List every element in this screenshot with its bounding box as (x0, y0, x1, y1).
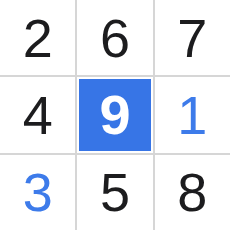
digit-given: 6 (100, 11, 130, 65)
cell-r2c1[interactable]: 5 (77, 155, 152, 230)
selected-cell-highlight: 9 (79, 79, 150, 150)
cell-r1c1[interactable]: 9 (77, 77, 152, 152)
digit-given: 7 (177, 11, 207, 65)
cell-r2c2[interactable]: 8 (155, 155, 230, 230)
digit-given: 4 (23, 88, 53, 142)
digit-player: 1 (177, 88, 207, 142)
cell-r1c0[interactable]: 4 (0, 77, 75, 152)
digit-given: 5 (100, 165, 130, 219)
cell-r0c2[interactable]: 7 (155, 0, 230, 75)
cell-r1c2[interactable]: 1 (155, 77, 230, 152)
cell-r0c0[interactable]: 2 (0, 0, 75, 75)
digit-player: 3 (23, 165, 53, 219)
digit-selected: 9 (99, 87, 130, 143)
digit-given: 2 (23, 11, 53, 65)
sudoku-board: 267491358 (0, 0, 230, 230)
cell-r2c0[interactable]: 3 (0, 155, 75, 230)
cell-r0c1[interactable]: 6 (77, 0, 152, 75)
digit-given: 8 (177, 165, 207, 219)
